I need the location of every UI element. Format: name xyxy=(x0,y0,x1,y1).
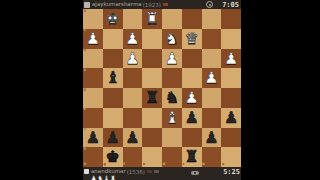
white-pawn[interactable]: ♟ xyxy=(123,29,143,49)
square-d2[interactable]: ♞ xyxy=(162,29,182,49)
square-d3[interactable]: ♟ xyxy=(162,49,182,69)
square-h1[interactable]: 1 xyxy=(83,9,103,29)
bottom-player-rating: (1536) xyxy=(127,169,145,175)
chess-board[interactable]: 1♚♜2♟♟♞♛3♟♟♟4♝♟5♜♞♟6♝♟♟7♟♟♟♟8hg♚fedc♜ba xyxy=(83,9,241,167)
square-b2[interactable] xyxy=(202,29,222,49)
captured-piece: ♜ xyxy=(110,175,115,180)
square-g1[interactable]: ♚ xyxy=(103,9,123,29)
black-pawn[interactable]: ♟ xyxy=(182,108,202,128)
game-screen: ajaykumarsharma (1923) 7:05 1♚♜2♟♟♞♛3♟♟♟… xyxy=(83,0,241,180)
rank-label: 6 xyxy=(84,108,86,112)
rank-label: 1 xyxy=(84,10,86,14)
square-a3[interactable]: ♟ xyxy=(221,49,241,69)
square-h2[interactable]: 2♟ xyxy=(83,29,103,49)
bottom-player-avatar xyxy=(84,169,89,174)
square-g8[interactable]: g♚ xyxy=(103,147,123,167)
white-bishop[interactable]: ♝ xyxy=(162,108,182,128)
bottom-player-flag-icon xyxy=(147,170,152,174)
square-g3[interactable] xyxy=(103,49,123,69)
square-e1[interactable]: ♜ xyxy=(142,9,162,29)
square-c4[interactable] xyxy=(182,68,202,88)
square-g5[interactable] xyxy=(103,88,123,108)
square-d5[interactable]: ♞ xyxy=(162,88,182,108)
rank-label: 3 xyxy=(84,49,86,53)
square-f3[interactable]: ♟ xyxy=(123,49,143,69)
square-e4[interactable] xyxy=(142,68,162,88)
square-b7[interactable]: ♟ xyxy=(202,128,222,148)
square-a7[interactable] xyxy=(221,128,241,148)
square-c3[interactable] xyxy=(182,49,202,69)
square-b6[interactable] xyxy=(202,108,222,128)
white-pawn[interactable]: ♟ xyxy=(182,88,202,108)
square-b1[interactable] xyxy=(202,9,222,29)
square-g2[interactable] xyxy=(103,29,123,49)
white-pawn[interactable]: ♟ xyxy=(202,68,222,88)
bottom-player-badge-icon xyxy=(154,170,159,174)
white-rook[interactable]: ♜ xyxy=(142,9,162,29)
square-f4[interactable] xyxy=(123,68,143,88)
square-f6[interactable] xyxy=(123,108,143,128)
square-h7[interactable]: 7♟ xyxy=(83,128,103,148)
square-h8[interactable]: 8h xyxy=(83,147,103,167)
square-a8[interactable]: a xyxy=(221,147,241,167)
square-g7[interactable]: ♟ xyxy=(103,128,123,148)
file-label: e xyxy=(143,163,145,167)
bottom-player-bar: anandkumar (1536) ♟♞♝♜ 5:25 xyxy=(83,167,241,180)
square-b8[interactable]: b xyxy=(202,147,222,167)
black-pawn[interactable]: ♟ xyxy=(221,108,241,128)
black-rook[interactable]: ♜ xyxy=(142,88,162,108)
square-d8[interactable]: d xyxy=(162,147,182,167)
captured-pieces-tray: ♟♞♝♜ xyxy=(91,175,241,180)
file-label: a xyxy=(222,163,224,167)
file-label: f xyxy=(123,163,125,167)
square-f8[interactable]: f xyxy=(123,147,143,167)
square-h4[interactable]: 4 xyxy=(83,68,103,88)
black-knight[interactable]: ♞ xyxy=(162,88,182,108)
bottom-player-clock: 5:25 xyxy=(223,168,240,176)
square-f1[interactable] xyxy=(123,9,143,29)
rank-label: 8 xyxy=(84,148,86,152)
black-pawn[interactable]: ♟ xyxy=(103,128,123,148)
square-d4[interactable] xyxy=(162,68,182,88)
square-e6[interactable] xyxy=(142,108,162,128)
white-knight[interactable]: ♞ xyxy=(162,29,182,49)
black-pawn[interactable]: ♟ xyxy=(202,128,222,148)
square-e3[interactable] xyxy=(142,49,162,69)
square-h5[interactable]: 5 xyxy=(83,88,103,108)
square-a5[interactable] xyxy=(221,88,241,108)
white-pawn[interactable]: ♟ xyxy=(83,29,103,49)
square-b3[interactable] xyxy=(202,49,222,69)
square-d7[interactable] xyxy=(162,128,182,148)
file-label: h xyxy=(84,163,87,167)
captured-piece: ♝ xyxy=(104,175,109,180)
square-c1[interactable] xyxy=(182,9,202,29)
square-e2[interactable] xyxy=(142,29,162,49)
top-player-clock: 7:05 xyxy=(222,1,239,9)
captured-piece: ♞ xyxy=(97,175,102,180)
black-king[interactable]: ♚ xyxy=(103,147,123,167)
settings-icon[interactable] xyxy=(206,1,213,8)
captured-piece: ♟ xyxy=(91,175,96,180)
top-player-rating: (1923) xyxy=(143,2,161,8)
square-a2[interactable] xyxy=(221,29,241,49)
black-rook[interactable]: ♜ xyxy=(182,147,202,167)
black-bishop[interactable]: ♝ xyxy=(103,68,123,88)
white-king[interactable]: ♚ xyxy=(103,9,123,29)
square-c5[interactable]: ♟ xyxy=(182,88,202,108)
black-pawn[interactable]: ♟ xyxy=(123,128,143,148)
square-h3[interactable]: 3 xyxy=(83,49,103,69)
rank-label: 5 xyxy=(84,89,86,93)
square-a1[interactable] xyxy=(221,9,241,29)
square-e7[interactable] xyxy=(142,128,162,148)
white-pawn[interactable]: ♟ xyxy=(123,49,143,69)
video-frame: ajaykumarsharma (1923) 7:05 1♚♜2♟♟♞♛3♟♟♟… xyxy=(0,0,320,180)
white-queen[interactable]: ♛ xyxy=(182,29,202,49)
square-d6[interactable]: ♝ xyxy=(162,108,182,128)
eye-icon[interactable] xyxy=(191,171,199,175)
square-a6[interactable]: ♟ xyxy=(221,108,241,128)
black-pawn[interactable]: ♟ xyxy=(83,128,103,148)
square-g4[interactable]: ♝ xyxy=(103,68,123,88)
square-e5[interactable]: ♜ xyxy=(142,88,162,108)
square-f7[interactable]: ♟ xyxy=(123,128,143,148)
file-label: b xyxy=(202,163,205,167)
file-label: d xyxy=(163,163,166,167)
top-player-bar: ajaykumarsharma (1923) 7:05 xyxy=(83,0,241,9)
square-c7[interactable] xyxy=(182,128,202,148)
square-c8[interactable]: c♜ xyxy=(182,147,202,167)
square-c2[interactable]: ♛ xyxy=(182,29,202,49)
top-player-avatar xyxy=(84,2,90,8)
square-d1[interactable] xyxy=(162,9,182,29)
square-a4[interactable] xyxy=(221,68,241,88)
white-pawn[interactable]: ♟ xyxy=(221,49,241,69)
rank-label: 4 xyxy=(84,69,86,73)
square-b4[interactable]: ♟ xyxy=(202,68,222,88)
white-pawn[interactable]: ♟ xyxy=(162,49,182,69)
square-f5[interactable] xyxy=(123,88,143,108)
square-f2[interactable]: ♟ xyxy=(123,29,143,49)
top-player-flag-icon xyxy=(163,3,168,7)
square-e8[interactable]: e xyxy=(142,147,162,167)
square-c6[interactable]: ♟ xyxy=(182,108,202,128)
top-player-name: ajaykumarsharma xyxy=(92,1,142,8)
square-g6[interactable] xyxy=(103,108,123,128)
square-b5[interactable] xyxy=(202,88,222,108)
square-h6[interactable]: 6 xyxy=(83,108,103,128)
